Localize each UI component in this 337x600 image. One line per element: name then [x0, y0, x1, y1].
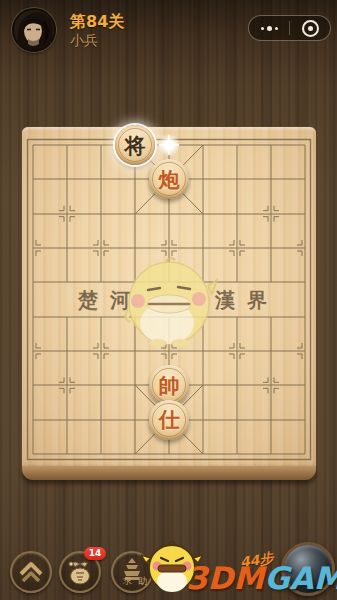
river-label-right: 漢界 [215, 287, 279, 314]
watermark-3dm: 3DM [186, 560, 264, 596]
piece-char: 仕 [159, 409, 180, 430]
miniprogram-capsule [248, 15, 331, 41]
piece-char: 帥 [159, 375, 180, 396]
chick-mascot [120, 252, 220, 348]
more-dots-icon [261, 26, 278, 31]
chevron-up-icon [12, 553, 50, 591]
game-screen: 第84关 小兵 [0, 0, 337, 600]
hint-count-badge: 14 [84, 547, 106, 560]
expand-menu-button[interactable] [10, 551, 52, 593]
piece-char: 将 [125, 135, 146, 156]
piece-char: 炮 [159, 169, 180, 190]
exit-target-icon [302, 20, 319, 37]
level-title: 第84关 [70, 12, 124, 33]
piece-black-general[interactable]: 将 [115, 125, 155, 165]
watermark-game: GAME [264, 560, 337, 596]
player-rank-label: 小兵 [70, 32, 98, 50]
piece-red-advisor[interactable]: 仕 [149, 400, 189, 440]
xiangqi-board[interactable]: 楚河 漢界 将炮帥仕 [22, 127, 316, 468]
exit-button[interactable] [290, 16, 330, 40]
avatar[interactable] [12, 8, 56, 52]
board-edge-bevel [22, 466, 316, 480]
menu-button[interactable] [249, 16, 289, 40]
watermark-text: 3DMGAME [186, 560, 337, 596]
avatar-portrait [14, 10, 54, 50]
